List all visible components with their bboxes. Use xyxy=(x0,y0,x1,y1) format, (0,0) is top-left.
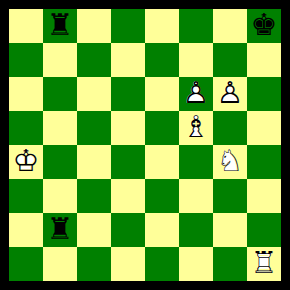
square-e6[interactable] xyxy=(145,77,179,111)
piece-white-pawn[interactable]: ♟♙ xyxy=(179,77,213,111)
square-d6[interactable] xyxy=(111,77,145,111)
square-d3[interactable] xyxy=(111,179,145,213)
square-f5[interactable]: ♝♗ xyxy=(179,111,213,145)
square-e5[interactable] xyxy=(145,111,179,145)
piece-white-bishop[interactable]: ♝♗ xyxy=(179,111,213,145)
square-f6[interactable]: ♟♙ xyxy=(179,77,213,111)
piece-black-rook[interactable]: ♜ xyxy=(43,213,77,247)
square-e3[interactable] xyxy=(145,179,179,213)
square-d2[interactable] xyxy=(111,213,145,247)
square-a3[interactable] xyxy=(9,179,43,213)
square-h1[interactable]: ♜♖ xyxy=(247,247,281,281)
square-f2[interactable] xyxy=(179,213,213,247)
white-piece-outline-layer: ♖ xyxy=(247,247,281,281)
square-a7[interactable] xyxy=(9,43,43,77)
square-a6[interactable] xyxy=(9,77,43,111)
square-g6[interactable]: ♟♙ xyxy=(213,77,247,111)
square-b8[interactable]: ♜ xyxy=(43,9,77,43)
square-c6[interactable] xyxy=(77,77,111,111)
square-c2[interactable] xyxy=(77,213,111,247)
square-d4[interactable] xyxy=(111,145,145,179)
square-g8[interactable] xyxy=(213,9,247,43)
square-d7[interactable] xyxy=(111,43,145,77)
square-h2[interactable] xyxy=(247,213,281,247)
square-g1[interactable] xyxy=(213,247,247,281)
white-piece-outline-layer: ♔ xyxy=(9,145,43,179)
board-frame: ♜♚♟♙♟♙♝♗♚♔♞♘♜♜♖ xyxy=(0,0,290,290)
white-piece-outline-layer: ♘ xyxy=(213,145,247,179)
square-h5[interactable] xyxy=(247,111,281,145)
square-c8[interactable] xyxy=(77,9,111,43)
black-piece-glyph: ♜ xyxy=(43,213,77,247)
square-g7[interactable] xyxy=(213,43,247,77)
piece-white-king[interactable]: ♚♔ xyxy=(9,145,43,179)
square-b7[interactable] xyxy=(43,43,77,77)
square-a1[interactable] xyxy=(9,247,43,281)
square-h6[interactable] xyxy=(247,77,281,111)
square-g2[interactable] xyxy=(213,213,247,247)
square-g3[interactable] xyxy=(213,179,247,213)
square-h7[interactable] xyxy=(247,43,281,77)
square-b3[interactable] xyxy=(43,179,77,213)
square-e4[interactable] xyxy=(145,145,179,179)
piece-white-rook[interactable]: ♜♖ xyxy=(247,247,281,281)
square-b4[interactable] xyxy=(43,145,77,179)
square-e8[interactable] xyxy=(145,9,179,43)
square-e1[interactable] xyxy=(145,247,179,281)
white-piece-outline-layer: ♙ xyxy=(213,77,247,111)
piece-white-knight[interactable]: ♞♘ xyxy=(213,145,247,179)
black-piece-glyph: ♜ xyxy=(43,9,77,43)
piece-white-pawn[interactable]: ♟♙ xyxy=(213,77,247,111)
white-piece-outline-layer: ♙ xyxy=(179,77,213,111)
square-a8[interactable] xyxy=(9,9,43,43)
piece-black-king[interactable]: ♚ xyxy=(247,9,281,43)
square-c5[interactable] xyxy=(77,111,111,145)
chess-board: ♜♚♟♙♟♙♝♗♚♔♞♘♜♜♖ xyxy=(9,9,281,281)
square-b6[interactable] xyxy=(43,77,77,111)
square-a2[interactable] xyxy=(9,213,43,247)
square-b5[interactable] xyxy=(43,111,77,145)
piece-black-rook[interactable]: ♜ xyxy=(43,9,77,43)
square-a5[interactable] xyxy=(9,111,43,145)
square-d5[interactable] xyxy=(111,111,145,145)
square-c4[interactable] xyxy=(77,145,111,179)
black-piece-glyph: ♚ xyxy=(247,9,281,43)
square-c1[interactable] xyxy=(77,247,111,281)
square-f8[interactable] xyxy=(179,9,213,43)
square-a4[interactable]: ♚♔ xyxy=(9,145,43,179)
square-b2[interactable]: ♜ xyxy=(43,213,77,247)
square-g4[interactable]: ♞♘ xyxy=(213,145,247,179)
white-piece-outline-layer: ♗ xyxy=(179,111,213,145)
square-f1[interactable] xyxy=(179,247,213,281)
square-g5[interactable] xyxy=(213,111,247,145)
square-f4[interactable] xyxy=(179,145,213,179)
square-f7[interactable] xyxy=(179,43,213,77)
square-f3[interactable] xyxy=(179,179,213,213)
square-b1[interactable] xyxy=(43,247,77,281)
square-h8[interactable]: ♚ xyxy=(247,9,281,43)
square-d8[interactable] xyxy=(111,9,145,43)
square-h3[interactable] xyxy=(247,179,281,213)
square-c7[interactable] xyxy=(77,43,111,77)
square-d1[interactable] xyxy=(111,247,145,281)
square-e7[interactable] xyxy=(145,43,179,77)
square-e2[interactable] xyxy=(145,213,179,247)
square-h4[interactable] xyxy=(247,145,281,179)
square-c3[interactable] xyxy=(77,179,111,213)
